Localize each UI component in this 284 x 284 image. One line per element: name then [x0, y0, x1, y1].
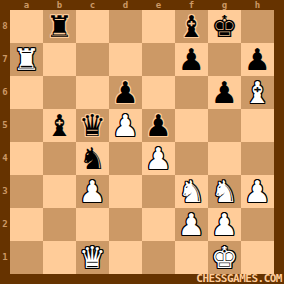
white-knight-f3[interactable]: ♞: [178, 175, 205, 208]
square-c8[interactable]: [76, 10, 109, 43]
chess-board: ♜♝♚♜♟♟♟♟♝♝♛♟♟♞♟♟♞♞♟♟♟♛♚: [10, 10, 274, 274]
square-d1[interactable]: [109, 241, 142, 274]
square-f6[interactable]: [175, 76, 208, 109]
square-a5[interactable]: [10, 109, 43, 142]
square-b7[interactable]: [43, 43, 76, 76]
square-d4[interactable]: [109, 142, 142, 175]
rank-labels: 87654321: [0, 10, 10, 274]
square-a4[interactable]: [10, 142, 43, 175]
black-knight-c4[interactable]: ♞: [79, 142, 106, 175]
white-knight-g3[interactable]: ♞: [211, 175, 238, 208]
square-c1[interactable]: ♛: [76, 241, 109, 274]
white-pawn-e4[interactable]: ♟: [145, 142, 172, 175]
black-queen-c5[interactable]: ♛: [79, 109, 106, 142]
square-g4[interactable]: [208, 142, 241, 175]
square-d6[interactable]: ♟: [109, 76, 142, 109]
white-rook-a7[interactable]: ♜: [13, 43, 40, 76]
square-e6[interactable]: [142, 76, 175, 109]
square-f2[interactable]: ♟: [175, 208, 208, 241]
square-f4[interactable]: [175, 142, 208, 175]
white-pawn-c3[interactable]: ♟: [79, 175, 106, 208]
white-queen-c1[interactable]: ♛: [79, 241, 106, 274]
square-e1[interactable]: [142, 241, 175, 274]
rank-label-2: 2: [0, 208, 10, 241]
white-pawn-d5[interactable]: ♟: [112, 109, 139, 142]
square-a1[interactable]: [10, 241, 43, 274]
file-label-d: d: [109, 0, 142, 10]
square-a6[interactable]: [10, 76, 43, 109]
white-pawn-h3[interactable]: ♟: [244, 175, 271, 208]
file-label-a: a: [10, 0, 43, 10]
square-f7[interactable]: ♟: [175, 43, 208, 76]
white-bishop-h6[interactable]: ♝: [244, 76, 271, 109]
black-bishop-b5[interactable]: ♝: [46, 109, 73, 142]
chess-diagram: abcdefgh 87654321 ♜♝♚♜♟♟♟♟♝♝♛♟♟♞♟♟♞♞♟♟♟♛…: [0, 0, 284, 284]
square-c3[interactable]: ♟: [76, 175, 109, 208]
black-pawn-d6[interactable]: ♟: [112, 76, 139, 109]
square-c2[interactable]: [76, 208, 109, 241]
square-d3[interactable]: [109, 175, 142, 208]
square-g2[interactable]: ♟: [208, 208, 241, 241]
square-h5[interactable]: [241, 109, 274, 142]
square-f1[interactable]: [175, 241, 208, 274]
white-pawn-g2[interactable]: ♟: [211, 208, 238, 241]
black-bishop-f8[interactable]: ♝: [178, 10, 205, 43]
square-e5[interactable]: ♟: [142, 109, 175, 142]
square-a2[interactable]: [10, 208, 43, 241]
square-g6[interactable]: ♟: [208, 76, 241, 109]
square-g3[interactable]: ♞: [208, 175, 241, 208]
square-b4[interactable]: [43, 142, 76, 175]
square-g1[interactable]: ♚: [208, 241, 241, 274]
square-e4[interactable]: ♟: [142, 142, 175, 175]
black-rook-b8[interactable]: ♜: [46, 10, 73, 43]
square-b1[interactable]: [43, 241, 76, 274]
black-pawn-g6[interactable]: ♟: [211, 76, 238, 109]
square-h3[interactable]: ♟: [241, 175, 274, 208]
square-f3[interactable]: ♞: [175, 175, 208, 208]
square-h8[interactable]: [241, 10, 274, 43]
rank-label-6: 6: [0, 76, 10, 109]
square-b5[interactable]: ♝: [43, 109, 76, 142]
square-d5[interactable]: ♟: [109, 109, 142, 142]
square-f8[interactable]: ♝: [175, 10, 208, 43]
square-d2[interactable]: [109, 208, 142, 241]
rank-label-8: 8: [0, 10, 10, 43]
rank-label-5: 5: [0, 109, 10, 142]
file-label-e: e: [142, 0, 175, 10]
square-b2[interactable]: [43, 208, 76, 241]
square-c7[interactable]: [76, 43, 109, 76]
square-f5[interactable]: [175, 109, 208, 142]
square-c6[interactable]: [76, 76, 109, 109]
rank-label-7: 7: [0, 43, 10, 76]
square-b6[interactable]: [43, 76, 76, 109]
square-c5[interactable]: ♛: [76, 109, 109, 142]
square-e7[interactable]: [142, 43, 175, 76]
square-e8[interactable]: [142, 10, 175, 43]
square-g7[interactable]: [208, 43, 241, 76]
square-d7[interactable]: [109, 43, 142, 76]
site-branding-label: CHESSGAMES.COM: [196, 274, 282, 284]
square-h4[interactable]: [241, 142, 274, 175]
square-a3[interactable]: [10, 175, 43, 208]
square-d8[interactable]: [109, 10, 142, 43]
file-label-h: h: [241, 0, 274, 10]
square-b3[interactable]: [43, 175, 76, 208]
square-b8[interactable]: ♜: [43, 10, 76, 43]
square-a8[interactable]: [10, 10, 43, 43]
square-g8[interactable]: ♚: [208, 10, 241, 43]
black-pawn-h7[interactable]: ♟: [244, 43, 271, 76]
square-e3[interactable]: [142, 175, 175, 208]
square-a7[interactable]: ♜: [10, 43, 43, 76]
square-c4[interactable]: ♞: [76, 142, 109, 175]
square-h6[interactable]: ♝: [241, 76, 274, 109]
square-h7[interactable]: ♟: [241, 43, 274, 76]
square-g5[interactable]: [208, 109, 241, 142]
white-pawn-f2[interactable]: ♟: [178, 208, 205, 241]
rank-label-4: 4: [0, 142, 10, 175]
white-king-g1[interactable]: ♚: [211, 241, 238, 274]
square-h1[interactable]: [241, 241, 274, 274]
square-h2[interactable]: [241, 208, 274, 241]
rank-label-1: 1: [0, 241, 10, 274]
black-pawn-f7[interactable]: ♟: [178, 43, 205, 76]
file-label-c: c: [76, 0, 109, 10]
rank-label-3: 3: [0, 175, 10, 208]
square-e2[interactable]: [142, 208, 175, 241]
black-king-g8[interactable]: ♚: [211, 10, 238, 43]
black-pawn-e5[interactable]: ♟: [145, 109, 172, 142]
